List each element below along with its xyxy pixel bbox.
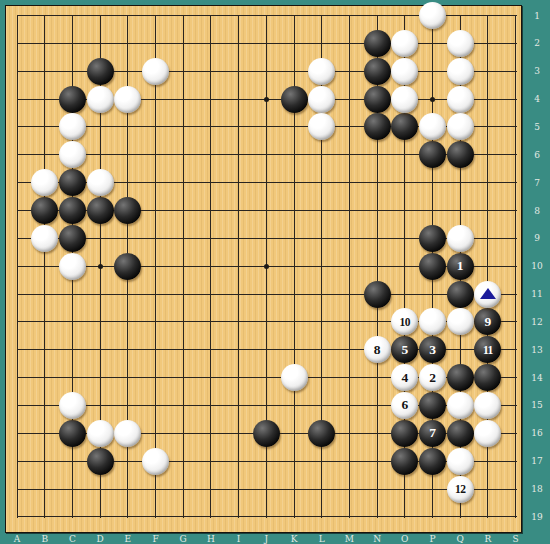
stone-white[interactable] — [308, 58, 335, 85]
column-label: Q — [456, 534, 463, 544]
row-label: 11 — [524, 289, 550, 299]
stone-black[interactable] — [364, 113, 391, 140]
column-label: K — [291, 534, 298, 544]
move-number-label: 7 — [419, 420, 446, 447]
stone-white[interactable] — [447, 113, 474, 140]
grid-line — [349, 16, 350, 518]
stone-white[interactable] — [447, 308, 474, 335]
stone-white[interactable] — [391, 30, 418, 57]
stone-black[interactable] — [308, 420, 335, 447]
stone-black[interactable] — [281, 86, 308, 113]
stone-white[interactable] — [447, 58, 474, 85]
stone-white[interactable] — [31, 169, 58, 196]
column-label: R — [485, 534, 492, 544]
stone-black[interactable] — [114, 197, 141, 224]
row-label: 18 — [524, 484, 550, 494]
grid-line — [17, 489, 517, 490]
row-label: 2 — [524, 38, 550, 48]
row-label: 16 — [524, 428, 550, 438]
stone-white[interactable] — [308, 86, 335, 113]
stone-white[interactable] — [308, 113, 335, 140]
stone-black[interactable] — [364, 30, 391, 57]
stone-white[interactable] — [419, 2, 446, 29]
go-diagram-frame: 195311710842612 ABCDEFGHIJKLMNOPQRS 1234… — [0, 0, 550, 544]
stone-white[interactable]: 2 — [419, 364, 446, 391]
stone-white[interactable]: 6 — [391, 392, 418, 419]
stone-white[interactable] — [391, 58, 418, 85]
grid-line — [17, 43, 517, 44]
stone-black[interactable]: 9 — [474, 308, 501, 335]
column-label: J — [264, 534, 268, 544]
stone-black[interactable] — [419, 448, 446, 475]
stone-white[interactable] — [114, 86, 141, 113]
column-label: B — [41, 534, 48, 544]
stone-white[interactable] — [474, 281, 501, 308]
move-number-label: 12 — [447, 476, 474, 503]
column-label: S — [513, 534, 519, 544]
triangle-marker — [480, 288, 496, 299]
grid-line — [44, 16, 45, 518]
move-number-label: 8 — [364, 336, 391, 363]
grid-line — [155, 16, 156, 518]
star-point — [98, 264, 103, 269]
column-label: H — [207, 534, 215, 544]
row-label: 5 — [524, 122, 550, 132]
stone-white[interactable] — [142, 448, 169, 475]
grid-line — [17, 16, 18, 518]
stone-black[interactable] — [364, 281, 391, 308]
stone-white[interactable]: 4 — [391, 364, 418, 391]
column-label: D — [96, 534, 103, 544]
stone-black[interactable] — [419, 253, 446, 280]
stone-white[interactable] — [87, 86, 114, 113]
stone-white[interactable] — [87, 420, 114, 447]
row-label: 1 — [524, 11, 550, 21]
move-number-label: 3 — [419, 336, 446, 363]
move-number-label: 11 — [474, 336, 501, 363]
stone-black[interactable]: 1 — [447, 253, 474, 280]
row-label: 7 — [524, 178, 550, 188]
stone-white[interactable] — [59, 253, 86, 280]
stone-black[interactable] — [253, 420, 280, 447]
column-label: A — [14, 534, 21, 544]
stone-black[interactable] — [364, 86, 391, 113]
stone-black[interactable] — [59, 225, 86, 252]
stone-black[interactable]: 3 — [419, 336, 446, 363]
stone-white[interactable] — [87, 169, 114, 196]
stone-black[interactable]: 7 — [419, 420, 446, 447]
column-label: F — [152, 534, 158, 544]
stone-white[interactable] — [447, 392, 474, 419]
column-label: E — [125, 534, 132, 544]
grid-line — [17, 516, 517, 517]
move-number-label: 6 — [391, 392, 418, 419]
stone-black[interactable] — [447, 420, 474, 447]
go-board[interactable]: 195311710842612 — [5, 5, 522, 533]
stone-black[interactable] — [391, 420, 418, 447]
grid-line — [238, 16, 239, 518]
stone-white[interactable] — [59, 392, 86, 419]
row-label: 19 — [524, 512, 550, 522]
column-label: C — [69, 534, 76, 544]
stone-white[interactable] — [419, 308, 446, 335]
stone-white[interactable] — [447, 86, 474, 113]
move-number-label: 1 — [447, 253, 474, 280]
move-number-label: 5 — [391, 336, 418, 363]
stone-white[interactable] — [281, 364, 308, 391]
stone-white[interactable] — [474, 420, 501, 447]
stone-white[interactable] — [419, 113, 446, 140]
column-label: G — [180, 534, 187, 544]
move-number-label: 10 — [391, 308, 418, 335]
row-label: 10 — [524, 261, 550, 271]
row-label: 3 — [524, 66, 550, 76]
star-point — [430, 97, 435, 102]
grid-line — [515, 16, 516, 518]
stone-white[interactable] — [447, 30, 474, 57]
stone-black[interactable] — [419, 392, 446, 419]
stone-black[interactable]: 11 — [474, 336, 501, 363]
move-number-label: 9 — [474, 308, 501, 335]
grid-line — [17, 294, 517, 295]
column-label: N — [373, 534, 381, 544]
column-label: I — [237, 534, 241, 544]
stone-black[interactable]: 5 — [391, 336, 418, 363]
stone-black[interactable] — [114, 253, 141, 280]
stone-white[interactable] — [447, 448, 474, 475]
row-label: 15 — [524, 400, 550, 410]
stone-white[interactable]: 10 — [391, 308, 418, 335]
stone-black[interactable] — [59, 86, 86, 113]
stone-black[interactable] — [391, 113, 418, 140]
row-label: 12 — [524, 317, 550, 327]
stone-black[interactable] — [447, 281, 474, 308]
stone-black[interactable] — [87, 197, 114, 224]
row-label: 4 — [524, 94, 550, 104]
row-label: 9 — [524, 233, 550, 243]
stone-black[interactable] — [59, 197, 86, 224]
stone-white[interactable] — [142, 58, 169, 85]
stone-white[interactable] — [59, 141, 86, 168]
stone-white[interactable]: 8 — [364, 336, 391, 363]
stone-white[interactable] — [59, 113, 86, 140]
row-label: 17 — [524, 456, 550, 466]
stone-white[interactable] — [391, 86, 418, 113]
stone-black[interactable] — [447, 141, 474, 168]
stone-white[interactable] — [114, 420, 141, 447]
column-label: O — [401, 534, 408, 544]
stone-white[interactable] — [474, 392, 501, 419]
grid-line — [210, 16, 211, 518]
stone-black[interactable] — [31, 197, 58, 224]
stone-black[interactable] — [87, 448, 114, 475]
column-label: M — [345, 534, 354, 544]
column-label: L — [319, 534, 325, 544]
stone-black[interactable] — [447, 364, 474, 391]
stone-black[interactable] — [87, 58, 114, 85]
stone-white[interactable] — [447, 225, 474, 252]
row-label: 6 — [524, 150, 550, 160]
stone-black[interactable] — [59, 169, 86, 196]
stone-black[interactable] — [419, 225, 446, 252]
column-label: P — [429, 534, 435, 544]
stone-black[interactable] — [391, 448, 418, 475]
move-number-label: 2 — [419, 364, 446, 391]
move-number-label: 4 — [391, 364, 418, 391]
row-label: 8 — [524, 206, 550, 216]
grid-line — [183, 16, 184, 518]
stone-black[interactable] — [364, 58, 391, 85]
stone-white[interactable] — [31, 225, 58, 252]
row-label: 13 — [524, 345, 550, 355]
star-point — [264, 97, 269, 102]
star-point — [264, 264, 269, 269]
stone-black[interactable] — [419, 141, 446, 168]
stone-black[interactable] — [59, 420, 86, 447]
stone-black[interactable] — [474, 364, 501, 391]
row-label: 14 — [524, 373, 550, 383]
stone-white[interactable]: 12 — [447, 476, 474, 503]
